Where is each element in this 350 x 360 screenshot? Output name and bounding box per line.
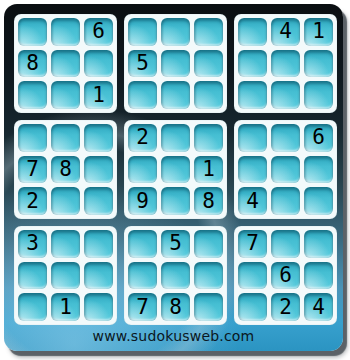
cell-r6c1: 2 (18, 187, 47, 215)
cell-r2c6[interactable] (194, 50, 223, 78)
cell-r9c9: 4 (304, 293, 333, 321)
cell-r8c6[interactable] (194, 262, 223, 290)
cell-r9c2: 1 (51, 293, 80, 321)
cell-r9c5: 8 (161, 293, 190, 321)
cell-r1c1[interactable] (18, 18, 47, 46)
cell-r2c1: 8 (18, 50, 47, 78)
cell-r9c1[interactable] (18, 293, 47, 321)
box-1-2: 5 (124, 14, 227, 113)
cell-r2c9[interactable] (304, 50, 333, 78)
cell-r6c8[interactable] (271, 187, 300, 215)
cell-r6c7: 4 (238, 187, 267, 215)
cell-r3c2[interactable] (51, 81, 80, 109)
cell-r3c1[interactable] (18, 81, 47, 109)
page: 681541782219864315787624 www.sudokusweb.… (0, 0, 350, 360)
cell-r8c1[interactable] (18, 262, 47, 290)
cell-r3c5[interactable] (161, 81, 190, 109)
cell-r7c6[interactable] (194, 230, 223, 258)
cell-r1c7[interactable] (238, 18, 267, 46)
cell-r8c2[interactable] (51, 262, 80, 290)
cell-r5c8[interactable] (271, 156, 300, 184)
sudoku-grid: 681541782219864315787624 (14, 14, 337, 325)
cell-r5c4[interactable] (128, 156, 157, 184)
cell-r3c4[interactable] (128, 81, 157, 109)
cell-r4c8[interactable] (271, 124, 300, 152)
cell-r5c2: 8 (51, 156, 80, 184)
cell-r6c5[interactable] (161, 187, 190, 215)
cell-r1c9: 1 (304, 18, 333, 46)
cell-r5c9[interactable] (304, 156, 333, 184)
box-2-1: 782 (14, 120, 117, 219)
cell-r2c5[interactable] (161, 50, 190, 78)
cell-r2c3[interactable] (84, 50, 113, 78)
cell-r7c9[interactable] (304, 230, 333, 258)
cell-r1c2[interactable] (51, 18, 80, 46)
cell-r3c7[interactable] (238, 81, 267, 109)
sudoku-board: 681541782219864315787624 www.sudokusweb.… (4, 4, 343, 351)
cell-r6c4: 9 (128, 187, 157, 215)
cell-r9c6[interactable] (194, 293, 223, 321)
cell-r4c7[interactable] (238, 124, 267, 152)
cell-r9c8: 2 (271, 293, 300, 321)
cell-r1c8: 4 (271, 18, 300, 46)
cell-r5c5[interactable] (161, 156, 190, 184)
box-3-1: 31 (14, 226, 117, 325)
cell-r3c8[interactable] (271, 81, 300, 109)
cell-r5c3[interactable] (84, 156, 113, 184)
cell-r1c5[interactable] (161, 18, 190, 46)
cell-r7c1: 3 (18, 230, 47, 258)
cell-r7c7: 7 (238, 230, 267, 258)
cell-r6c6: 8 (194, 187, 223, 215)
cell-r5c7[interactable] (238, 156, 267, 184)
box-3-3: 7624 (234, 226, 337, 325)
cell-r6c3[interactable] (84, 187, 113, 215)
cell-r4c5[interactable] (161, 124, 190, 152)
cell-r8c7[interactable] (238, 262, 267, 290)
cell-r3c6[interactable] (194, 81, 223, 109)
cell-r8c4[interactable] (128, 262, 157, 290)
cell-r3c3: 1 (84, 81, 113, 109)
cell-r7c5: 5 (161, 230, 190, 258)
cell-r2c8[interactable] (271, 50, 300, 78)
cell-r6c9[interactable] (304, 187, 333, 215)
cell-r9c3[interactable] (84, 293, 113, 321)
cell-r2c7[interactable] (238, 50, 267, 78)
cell-r4c6[interactable] (194, 124, 223, 152)
cell-r7c2[interactable] (51, 230, 80, 258)
cell-r8c9[interactable] (304, 262, 333, 290)
cell-r1c4[interactable] (128, 18, 157, 46)
cell-r6c2[interactable] (51, 187, 80, 215)
cell-r1c3: 6 (84, 18, 113, 46)
cell-r7c4[interactable] (128, 230, 157, 258)
cell-r8c8: 6 (271, 262, 300, 290)
site-url: www.sudokusweb.com (4, 328, 343, 344)
cell-r8c5[interactable] (161, 262, 190, 290)
box-1-3: 41 (234, 14, 337, 113)
cell-r2c4: 5 (128, 50, 157, 78)
cell-r4c9: 6 (304, 124, 333, 152)
cell-r3c9[interactable] (304, 81, 333, 109)
cell-r9c4: 7 (128, 293, 157, 321)
cell-r9c7[interactable] (238, 293, 267, 321)
box-3-2: 578 (124, 226, 227, 325)
cell-r4c1[interactable] (18, 124, 47, 152)
cell-r5c6: 1 (194, 156, 223, 184)
cell-r4c3[interactable] (84, 124, 113, 152)
cell-r2c2[interactable] (51, 50, 80, 78)
box-1-1: 681 (14, 14, 117, 113)
box-2-2: 2198 (124, 120, 227, 219)
cell-r7c8[interactable] (271, 230, 300, 258)
box-2-3: 64 (234, 120, 337, 219)
cell-r1c6[interactable] (194, 18, 223, 46)
cell-r7c3[interactable] (84, 230, 113, 258)
cell-r4c4: 2 (128, 124, 157, 152)
cell-r5c1: 7 (18, 156, 47, 184)
cell-r8c3[interactable] (84, 262, 113, 290)
cell-r4c2[interactable] (51, 124, 80, 152)
